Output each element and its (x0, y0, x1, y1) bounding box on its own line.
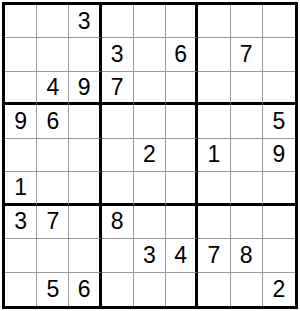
given-digit-r9c9[interactable]: 2 (263, 273, 295, 306)
cell-r2c7[interactable] (198, 38, 230, 71)
cell-r5c2[interactable] (37, 139, 69, 172)
cell-r6c7[interactable] (198, 172, 230, 205)
given-digit-r2c4[interactable]: 3 (102, 38, 134, 71)
given-digit-r5c9[interactable]: 9 (263, 139, 295, 172)
sudoku-grid: 336749796521913783478562 (5, 5, 295, 306)
cell-r8c2[interactable] (37, 239, 69, 272)
cell-r2c9[interactable] (263, 38, 295, 71)
given-digit-r9c3[interactable]: 6 (69, 273, 101, 306)
cell-r3c1[interactable] (5, 72, 37, 105)
cell-r1c4[interactable] (102, 5, 134, 38)
cell-r6c8[interactable] (231, 172, 263, 205)
sudoku-board: 336749796521913783478562 (2, 2, 298, 309)
cell-r7c5[interactable] (134, 206, 166, 239)
given-digit-r5c5[interactable]: 2 (134, 139, 166, 172)
cell-r7c3[interactable] (69, 206, 101, 239)
cell-r6c9[interactable] (263, 172, 295, 205)
cell-r7c6[interactable] (166, 206, 198, 239)
cell-r6c4[interactable] (102, 172, 134, 205)
given-digit-r4c2[interactable]: 6 (37, 105, 69, 138)
cell-r5c8[interactable] (231, 139, 263, 172)
cell-r1c7[interactable] (198, 5, 230, 38)
given-digit-r8c7[interactable]: 7 (198, 239, 230, 272)
given-digit-r5c7[interactable]: 1 (198, 139, 230, 172)
given-digit-r3c2[interactable]: 4 (37, 72, 69, 105)
cell-r9c7[interactable] (198, 273, 230, 306)
cell-r7c7[interactable] (198, 206, 230, 239)
cell-r3c8[interactable] (231, 72, 263, 105)
cell-r4c7[interactable] (198, 105, 230, 138)
cell-r1c1[interactable] (5, 5, 37, 38)
cell-r9c8[interactable] (231, 273, 263, 306)
cell-r3c7[interactable] (198, 72, 230, 105)
cell-r2c1[interactable] (5, 38, 37, 71)
cell-r5c3[interactable] (69, 139, 101, 172)
given-digit-r4c9[interactable]: 5 (263, 105, 295, 138)
cell-r8c1[interactable] (5, 239, 37, 272)
cell-r7c9[interactable] (263, 206, 295, 239)
cell-r5c4[interactable] (102, 139, 134, 172)
cell-r1c2[interactable] (37, 5, 69, 38)
cell-r1c9[interactable] (263, 5, 295, 38)
given-digit-r1c3[interactable]: 3 (69, 5, 101, 38)
cell-r4c3[interactable] (69, 105, 101, 138)
given-digit-r8c5[interactable]: 3 (134, 239, 166, 272)
given-digit-r8c8[interactable]: 8 (231, 239, 263, 272)
given-digit-r4c1[interactable]: 9 (5, 105, 37, 138)
cell-r6c6[interactable] (166, 172, 198, 205)
given-digit-r7c4[interactable]: 8 (102, 206, 134, 239)
cell-r3c6[interactable] (166, 72, 198, 105)
cell-r8c3[interactable] (69, 239, 101, 272)
cell-r2c3[interactable] (69, 38, 101, 71)
cell-r4c6[interactable] (166, 105, 198, 138)
given-digit-r7c1[interactable]: 3 (5, 206, 37, 239)
cell-r6c3[interactable] (69, 172, 101, 205)
cell-r4c5[interactable] (134, 105, 166, 138)
given-digit-r9c2[interactable]: 5 (37, 273, 69, 306)
cell-r1c6[interactable] (166, 5, 198, 38)
cell-r9c1[interactable] (5, 273, 37, 306)
cell-r6c2[interactable] (37, 172, 69, 205)
given-digit-r6c1[interactable]: 1 (5, 172, 37, 205)
given-digit-r2c8[interactable]: 7 (231, 38, 263, 71)
cell-r1c8[interactable] (231, 5, 263, 38)
cell-r3c5[interactable] (134, 72, 166, 105)
given-digit-r8c6[interactable]: 4 (166, 239, 198, 272)
cell-r9c6[interactable] (166, 273, 198, 306)
cell-r6c5[interactable] (134, 172, 166, 205)
cell-r3c9[interactable] (263, 72, 295, 105)
cell-r2c2[interactable] (37, 38, 69, 71)
cell-r9c5[interactable] (134, 273, 166, 306)
cell-r4c4[interactable] (102, 105, 134, 138)
given-digit-r2c6[interactable]: 6 (166, 38, 198, 71)
cell-r2c5[interactable] (134, 38, 166, 71)
cell-r1c5[interactable] (134, 5, 166, 38)
given-digit-r3c4[interactable]: 7 (102, 72, 134, 105)
cell-r4c8[interactable] (231, 105, 263, 138)
cell-r8c9[interactable] (263, 239, 295, 272)
cell-r9c4[interactable] (102, 273, 134, 306)
cell-r5c6[interactable] (166, 139, 198, 172)
cell-r7c8[interactable] (231, 206, 263, 239)
given-digit-r7c2[interactable]: 7 (37, 206, 69, 239)
cell-r8c4[interactable] (102, 239, 134, 272)
cell-r5c1[interactable] (5, 139, 37, 172)
given-digit-r3c3[interactable]: 9 (69, 72, 101, 105)
